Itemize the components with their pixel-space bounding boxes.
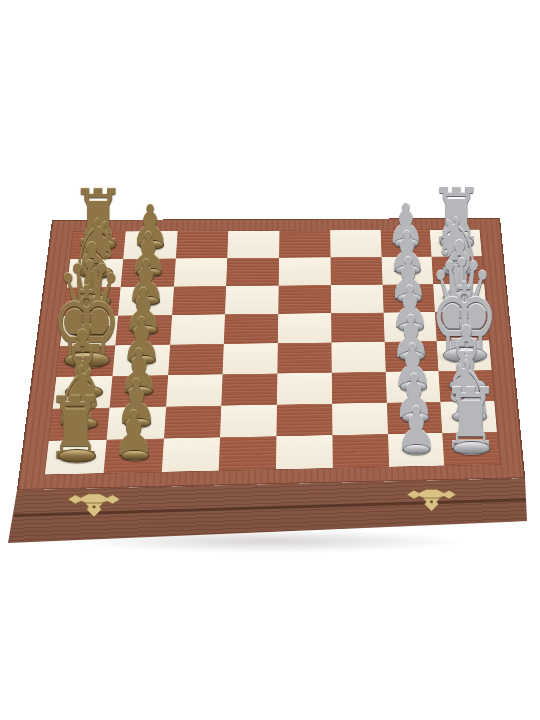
square-g5[interactable] (276, 403, 332, 436)
square-f5[interactable] (277, 373, 332, 405)
piece-base (403, 444, 430, 454)
square-f6[interactable] (332, 372, 387, 404)
square-a6[interactable] (330, 230, 381, 257)
square-b5[interactable] (279, 257, 331, 285)
square-f4[interactable] (222, 373, 278, 405)
square-e6[interactable] (331, 342, 385, 373)
square-d6[interactable] (331, 313, 384, 343)
square-b6[interactable] (330, 257, 382, 285)
square-f3[interactable] (166, 374, 223, 406)
square-h5[interactable] (276, 435, 333, 469)
square-b3[interactable] (174, 258, 228, 286)
square-a4[interactable] (227, 231, 279, 258)
brass-clasp-left-icon[interactable] (66, 489, 122, 519)
square-c5[interactable] (278, 285, 331, 314)
square-a3[interactable] (175, 231, 228, 258)
square-e3[interactable] (168, 344, 224, 375)
brass-clasp-right-icon[interactable] (405, 485, 458, 513)
piece-base (121, 450, 149, 461)
square-h6[interactable] (332, 434, 389, 468)
square-c4[interactable] (225, 285, 278, 314)
square-g3[interactable] (164, 405, 222, 438)
square-h4[interactable] (219, 436, 277, 470)
square-b4[interactable] (226, 258, 279, 286)
square-g4[interactable] (220, 404, 277, 437)
square-e5[interactable] (277, 342, 331, 373)
square-h3[interactable] (161, 438, 220, 472)
square-d5[interactable] (278, 313, 331, 343)
piece-base (453, 441, 490, 455)
square-g6[interactable] (332, 402, 388, 435)
photo-of-boxed-chess-set: ♜♞♝♛♚♝♞♜♟♟♟♟♟♟♟♟♟♟♟♟♟♟♟♟♜♞♝♛♚♝♞♜ (0, 0, 540, 720)
square-d4[interactable] (224, 314, 278, 344)
square-c6[interactable] (331, 284, 384, 313)
square-c3[interactable] (172, 286, 227, 315)
square-a5[interactable] (279, 230, 330, 257)
square-d3[interactable] (170, 314, 225, 344)
square-e4[interactable] (223, 343, 278, 374)
